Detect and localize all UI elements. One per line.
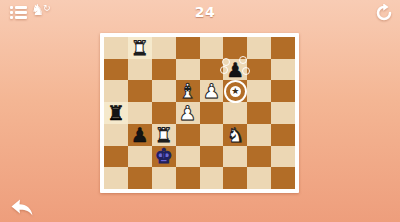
square-r2c3[interactable]: ♝ <box>176 80 200 102</box>
move-counter: 24 <box>195 4 215 20</box>
square-r1c2[interactable] <box>152 59 176 81</box>
list-bar <box>15 11 27 14</box>
square-r4c2[interactable]: ♜ <box>152 124 176 146</box>
square-r4c0[interactable] <box>104 124 128 146</box>
square-r1c0[interactable] <box>104 59 128 81</box>
square-r6c7[interactable] <box>271 167 295 189</box>
white-pawn[interactable]: ♟ <box>202 81 220 101</box>
square-r4c7[interactable] <box>271 124 295 146</box>
switch-arrow-icon: ↻ <box>43 1 51 16</box>
white-bishop[interactable]: ♝ <box>179 81 197 101</box>
square-r2c0[interactable] <box>104 80 128 102</box>
square-r0c3[interactable] <box>176 37 200 59</box>
square-r3c2[interactable] <box>152 102 176 124</box>
square-r4c5[interactable]: ♞ <box>223 124 247 146</box>
square-r0c4[interactable] <box>200 37 224 59</box>
square-r3c0[interactable]: ♜ <box>104 102 128 124</box>
reload-icon[interactable] <box>375 4 393 22</box>
square-r2c2[interactable] <box>152 80 176 102</box>
square-r0c7[interactable] <box>271 37 295 59</box>
square-r3c7[interactable] <box>271 102 295 124</box>
square-r1c7[interactable] <box>271 59 295 81</box>
square-r6c4[interactable] <box>200 167 224 189</box>
list-bar <box>15 16 27 19</box>
black-rook[interactable]: ♜ <box>107 103 125 123</box>
square-r3c5[interactable] <box>223 102 247 124</box>
square-r4c3[interactable] <box>176 124 200 146</box>
square-r4c6[interactable] <box>247 124 271 146</box>
square-r0c1[interactable]: ♜ <box>128 37 152 59</box>
square-r3c1[interactable] <box>128 102 152 124</box>
square-r5c2[interactable]: ♚ <box>152 146 176 168</box>
square-r3c6[interactable] <box>247 102 271 124</box>
app-screen: ♞ ↻ 24 ♜♟♝♟★♜♟♟♜♞♚ <box>0 0 400 222</box>
white-pawn[interactable]: ♟ <box>179 103 197 123</box>
piece-switch-icon[interactable]: ♞ ↻ <box>31 3 44 18</box>
square-r0c2[interactable] <box>152 37 176 59</box>
square-r5c1[interactable] <box>128 146 152 168</box>
list-dot <box>10 6 13 9</box>
star-target-marker[interactable]: ★ <box>224 80 247 103</box>
chess-board[interactable]: ♜♟♝♟★♜♟♟♜♞♚ <box>100 33 299 193</box>
square-r6c3[interactable] <box>176 167 200 189</box>
square-r1c6[interactable] <box>247 59 271 81</box>
white-rook[interactable]: ♜ <box>155 125 173 145</box>
square-r1c5[interactable]: ♟ <box>223 59 247 81</box>
list-dot <box>10 16 13 19</box>
sparkle-ring-icon <box>242 67 250 75</box>
square-r4c1[interactable]: ♟ <box>128 124 152 146</box>
square-r5c4[interactable] <box>200 146 224 168</box>
square-r6c1[interactable] <box>128 167 152 189</box>
square-r5c6[interactable] <box>247 146 271 168</box>
white-knight[interactable]: ♞ <box>226 125 244 145</box>
square-r3c3[interactable]: ♟ <box>176 102 200 124</box>
list-bar <box>15 6 27 9</box>
square-r5c3[interactable] <box>176 146 200 168</box>
square-r3c4[interactable] <box>200 102 224 124</box>
black-pawn[interactable]: ♟ <box>131 125 149 145</box>
star-icon: ★ <box>231 87 239 96</box>
square-r5c0[interactable] <box>104 146 128 168</box>
square-r2c1[interactable] <box>128 80 152 102</box>
square-r1c1[interactable] <box>128 59 152 81</box>
target-disc: ★ <box>230 86 241 97</box>
list-dot <box>10 11 13 14</box>
square-r6c2[interactable] <box>152 167 176 189</box>
black-king[interactable]: ♚ <box>155 146 173 166</box>
square-r2c5[interactable]: ★ <box>223 80 247 102</box>
square-r6c0[interactable] <box>104 167 128 189</box>
square-r6c5[interactable] <box>223 167 247 189</box>
moves-list-icon[interactable] <box>10 6 27 19</box>
square-r2c4[interactable]: ♟ <box>200 80 224 102</box>
square-r5c7[interactable] <box>271 146 295 168</box>
square-r2c6[interactable] <box>247 80 271 102</box>
sparkle-ring-icon <box>239 56 247 64</box>
square-r5c5[interactable] <box>223 146 247 168</box>
square-r6c6[interactable] <box>247 167 271 189</box>
square-r4c4[interactable] <box>200 124 224 146</box>
square-r1c3[interactable] <box>176 59 200 81</box>
white-rook[interactable]: ♜ <box>131 38 149 58</box>
square-r0c6[interactable] <box>247 37 271 59</box>
square-r2c7[interactable] <box>271 80 295 102</box>
back-button-icon[interactable] <box>9 198 35 217</box>
square-r0c0[interactable] <box>104 37 128 59</box>
